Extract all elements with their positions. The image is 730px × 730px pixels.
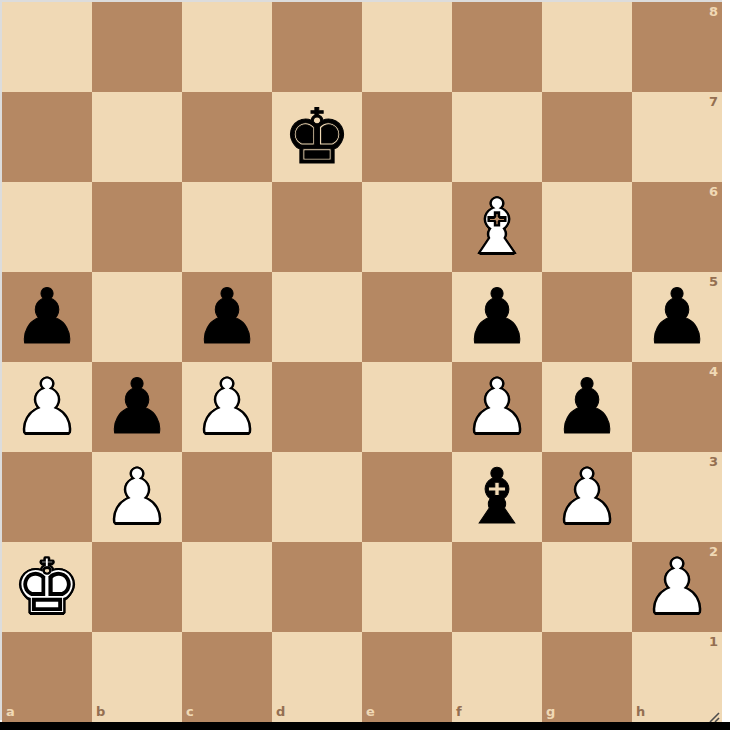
square-b8[interactable]	[92, 2, 182, 92]
file-label-g: g	[546, 705, 555, 718]
piece-black-pawn-c5[interactable]: ♟	[182, 272, 272, 362]
square-d5[interactable]	[272, 272, 362, 362]
rank-label-8: 8	[709, 5, 718, 18]
square-a5[interactable]: ♟	[2, 272, 92, 362]
square-f1[interactable]: f	[452, 632, 542, 722]
square-c6[interactable]	[182, 182, 272, 272]
square-g1[interactable]: g	[542, 632, 632, 722]
piece-black-pawn-b4[interactable]: ♟	[92, 362, 182, 452]
piece-black-pawn-f5[interactable]: ♟	[452, 272, 542, 362]
rank-label-1: 1	[709, 635, 718, 648]
chess-board: 8♚7♝6♟♟♟♟5♟♟♟♟♟4♟♝♟3♚♟2abcdefg1h	[2, 2, 722, 722]
square-g7[interactable]	[542, 92, 632, 182]
square-a4[interactable]: ♟	[2, 362, 92, 452]
square-g2[interactable]	[542, 542, 632, 632]
square-h8[interactable]: 8	[632, 2, 722, 92]
square-e4[interactable]	[362, 362, 452, 452]
square-e5[interactable]	[362, 272, 452, 362]
bottom-bar	[0, 722, 730, 730]
square-e2[interactable]	[362, 542, 452, 632]
square-a6[interactable]	[2, 182, 92, 272]
rank-label-6: 6	[709, 185, 718, 198]
square-g6[interactable]	[542, 182, 632, 272]
square-f7[interactable]	[452, 92, 542, 182]
square-b7[interactable]	[92, 92, 182, 182]
file-label-a: a	[6, 705, 15, 718]
square-e1[interactable]: e	[362, 632, 452, 722]
square-c8[interactable]	[182, 2, 272, 92]
file-label-b: b	[96, 705, 105, 718]
square-h4[interactable]: 4	[632, 362, 722, 452]
piece-white-pawn-h2[interactable]: ♟	[632, 542, 722, 632]
square-b6[interactable]	[92, 182, 182, 272]
square-c2[interactable]	[182, 542, 272, 632]
piece-white-pawn-b3[interactable]: ♟	[92, 452, 182, 542]
square-c3[interactable]	[182, 452, 272, 542]
square-f5[interactable]: ♟	[452, 272, 542, 362]
file-label-d: d	[276, 705, 285, 718]
square-g8[interactable]	[542, 2, 632, 92]
square-b5[interactable]	[92, 272, 182, 362]
square-a2[interactable]: ♚	[2, 542, 92, 632]
rank-label-3: 3	[709, 455, 718, 468]
file-label-c: c	[186, 705, 194, 718]
square-c7[interactable]	[182, 92, 272, 182]
rank-label-7: 7	[709, 95, 718, 108]
square-c5[interactable]: ♟	[182, 272, 272, 362]
piece-black-pawn-h5[interactable]: ♟	[632, 272, 722, 362]
piece-black-bishop-f3[interactable]: ♝	[452, 452, 542, 542]
square-b3[interactable]: ♟	[92, 452, 182, 542]
page: 8♚7♝6♟♟♟♟5♟♟♟♟♟4♟♝♟3♚♟2abcdefg1h	[0, 0, 730, 730]
square-a1[interactable]: a	[2, 632, 92, 722]
square-f6[interactable]: ♝	[452, 182, 542, 272]
piece-white-pawn-g3[interactable]: ♟	[542, 452, 632, 542]
square-a3[interactable]	[2, 452, 92, 542]
square-h7[interactable]: 7	[632, 92, 722, 182]
square-h2[interactable]: ♟2	[632, 542, 722, 632]
piece-black-king-d7[interactable]: ♚	[272, 92, 362, 182]
square-d3[interactable]	[272, 452, 362, 542]
file-label-e: e	[366, 705, 375, 718]
piece-white-pawn-f4[interactable]: ♟	[452, 362, 542, 452]
square-c1[interactable]: c	[182, 632, 272, 722]
square-b2[interactable]	[92, 542, 182, 632]
piece-white-pawn-a4[interactable]: ♟	[2, 362, 92, 452]
file-label-h: h	[636, 705, 645, 718]
resize-grip-icon[interactable]	[708, 708, 720, 720]
piece-white-bishop-f6[interactable]: ♝	[452, 182, 542, 272]
square-d7[interactable]: ♚	[272, 92, 362, 182]
rank-label-4: 4	[709, 365, 718, 378]
piece-white-pawn-c4[interactable]: ♟	[182, 362, 272, 452]
square-b1[interactable]: b	[92, 632, 182, 722]
square-b4[interactable]: ♟	[92, 362, 182, 452]
square-h1[interactable]: 1h	[632, 632, 722, 722]
square-d6[interactable]	[272, 182, 362, 272]
piece-black-pawn-g4[interactable]: ♟	[542, 362, 632, 452]
square-c4[interactable]: ♟	[182, 362, 272, 452]
square-d4[interactable]	[272, 362, 362, 452]
square-d2[interactable]	[272, 542, 362, 632]
square-f8[interactable]	[452, 2, 542, 92]
square-e6[interactable]	[362, 182, 452, 272]
square-e7[interactable]	[362, 92, 452, 182]
square-d8[interactable]	[272, 2, 362, 92]
piece-black-pawn-a5[interactable]: ♟	[2, 272, 92, 362]
square-a8[interactable]	[2, 2, 92, 92]
file-label-f: f	[456, 705, 462, 718]
piece-white-king-a2[interactable]: ♚	[2, 542, 92, 632]
square-d1[interactable]: d	[272, 632, 362, 722]
square-g4[interactable]: ♟	[542, 362, 632, 452]
square-f3[interactable]: ♝	[452, 452, 542, 542]
square-h5[interactable]: ♟5	[632, 272, 722, 362]
square-g5[interactable]	[542, 272, 632, 362]
square-e8[interactable]	[362, 2, 452, 92]
square-e3[interactable]	[362, 452, 452, 542]
square-g3[interactable]: ♟	[542, 452, 632, 542]
square-f4[interactable]: ♟	[452, 362, 542, 452]
square-f2[interactable]	[452, 542, 542, 632]
square-a7[interactable]	[2, 92, 92, 182]
square-h3[interactable]: 3	[632, 452, 722, 542]
square-h6[interactable]: 6	[632, 182, 722, 272]
